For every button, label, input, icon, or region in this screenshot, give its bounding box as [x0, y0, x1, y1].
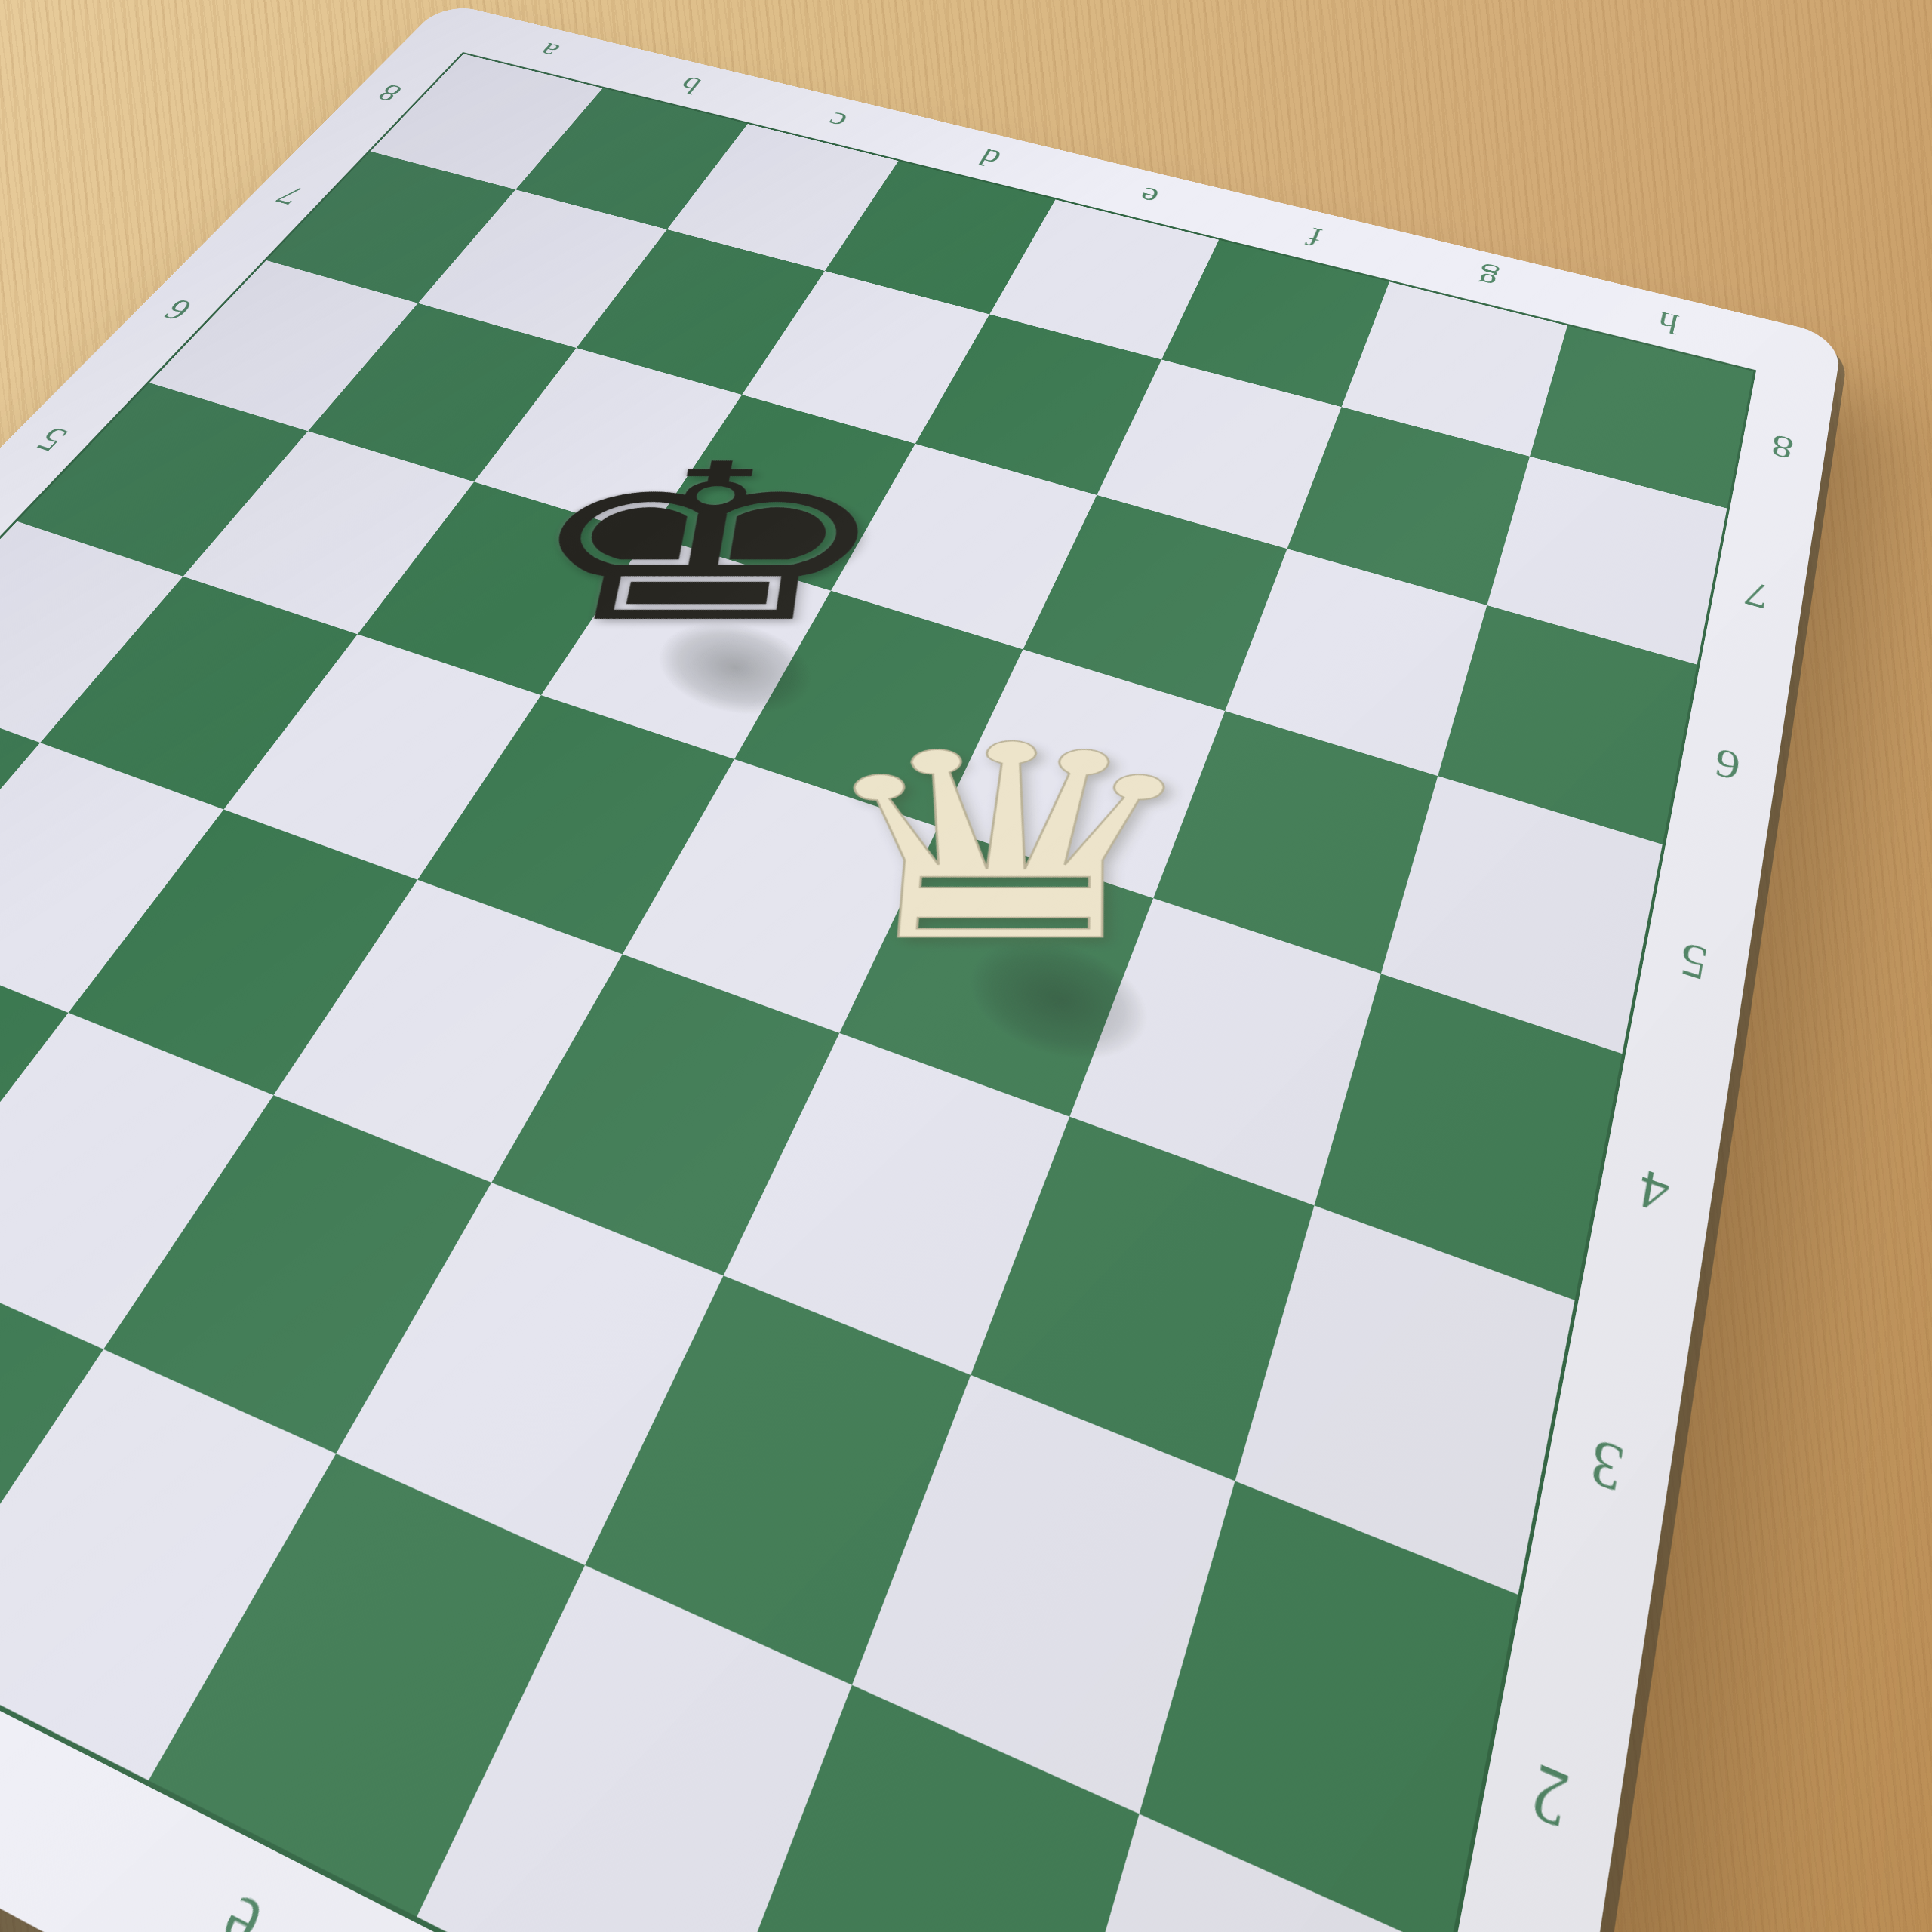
rank-label-left-7: 7: [271, 181, 309, 209]
file-label-top-g: g: [1473, 263, 1501, 294]
rank-label-right-7: 7: [1743, 574, 1771, 615]
rank-label-right-4: 4: [1635, 1159, 1673, 1223]
file-label-top-f: f: [1303, 223, 1326, 251]
rank-label-right-6: 6: [1712, 741, 1743, 788]
rank-label-right-8: 8: [1769, 429, 1795, 464]
rank-label-left-6: 6: [157, 294, 199, 325]
chess-mat: aa88bb77cc66dd55ee44ff33gg22hh11 ♚♛: [0, 2, 1842, 1932]
rank-label-left-8: 8: [372, 80, 408, 105]
file-label-top-a: a: [533, 39, 565, 63]
file-label-bottom-e: e: [202, 1879, 273, 1932]
file-label-top-e: e: [1134, 183, 1162, 210]
rank-label-left-5: 5: [29, 422, 75, 457]
chess-board-8x8: [0, 52, 1756, 1932]
file-label-top-d: d: [974, 145, 1005, 171]
file-label-top-h: h: [1654, 307, 1681, 339]
rank-label-right-5: 5: [1677, 934, 1711, 988]
file-label-top-b: b: [674, 72, 706, 97]
file-label-bottom-d: d: [0, 1745, 13, 1838]
file-label-top-c: c: [822, 108, 852, 133]
black-king-piece[interactable]: ♚: [485, 439, 909, 657]
photo-scene: aa88bb77cc66dd55ee44ff33gg22hh11 ♚♛: [0, 0, 1932, 1932]
rank-label-right-2: 2: [1526, 1749, 1574, 1843]
rank-label-right-3: 3: [1586, 1427, 1628, 1504]
